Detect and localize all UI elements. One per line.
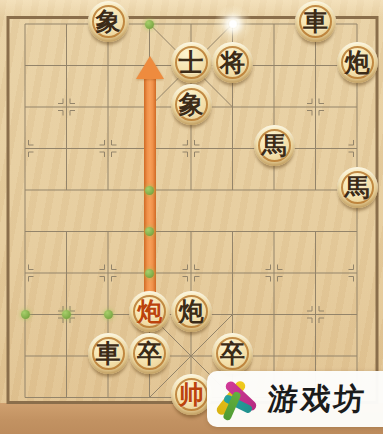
piece-black-horse[interactable]: 馬 xyxy=(337,167,378,208)
piece-glyph: 車 xyxy=(295,1,336,42)
piece-glyph: 卒 xyxy=(129,333,170,374)
piece-black-advisor[interactable]: 士 xyxy=(171,42,212,83)
watermark-text: 游戏坊 xyxy=(267,379,369,420)
piece-glyph: 象 xyxy=(88,1,129,42)
piece-black-general[interactable]: 将 xyxy=(212,42,253,83)
piece-glyph: 将 xyxy=(212,42,253,83)
move-dot[interactable] xyxy=(145,227,154,236)
piece-glyph: 卒 xyxy=(212,333,253,374)
game-screen: 象車士将炮象馬馬炮炮車卒卒帅 游戏坊 xyxy=(0,0,383,434)
move-dot[interactable] xyxy=(21,310,30,319)
piece-glyph: 炮 xyxy=(171,291,212,332)
piece-black-elephant[interactable]: 象 xyxy=(171,84,212,125)
piece-black-chariot[interactable]: 車 xyxy=(88,333,129,374)
piece-black-cannon[interactable]: 炮 xyxy=(171,291,212,332)
piece-glyph: 象 xyxy=(171,84,212,125)
watermark: 游戏坊 xyxy=(207,371,383,427)
move-dot[interactable] xyxy=(145,20,154,29)
piece-black-soldier[interactable]: 卒 xyxy=(212,333,253,374)
piece-glyph: 車 xyxy=(88,333,129,374)
move-dot[interactable] xyxy=(62,310,71,319)
piece-black-soldier[interactable]: 卒 xyxy=(129,333,170,374)
piece-glyph: 炮 xyxy=(129,291,170,332)
piece-glyph: 士 xyxy=(171,42,212,83)
move-dot[interactable] xyxy=(104,310,113,319)
move-dot[interactable] xyxy=(145,186,154,195)
piece-glyph: 帅 xyxy=(171,374,212,415)
piece-glyph: 炮 xyxy=(337,42,378,83)
piece-black-cannon[interactable]: 炮 xyxy=(337,42,378,83)
move-dot[interactable] xyxy=(145,269,154,278)
piece-red-cannon[interactable]: 炮 xyxy=(129,291,170,332)
piece-red-general[interactable]: 帅 xyxy=(171,374,212,415)
piece-black-horse[interactable]: 馬 xyxy=(254,125,295,166)
piece-glyph: 馬 xyxy=(254,125,295,166)
piece-black-elephant[interactable]: 象 xyxy=(88,1,129,42)
piece-black-chariot[interactable]: 車 xyxy=(295,1,336,42)
feathers-logo-icon xyxy=(212,375,260,423)
piece-glyph: 馬 xyxy=(337,167,378,208)
arrow-head xyxy=(136,56,164,79)
